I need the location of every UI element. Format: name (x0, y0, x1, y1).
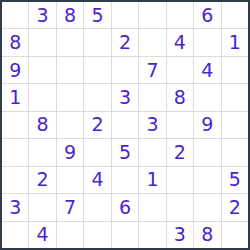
cell-r3c2[interactable] (29, 57, 55, 83)
cell-r3c1[interactable]: 9 (2, 57, 28, 83)
cell-r5c4[interactable]: 2 (84, 112, 110, 138)
cell-r6c6[interactable] (139, 139, 165, 165)
cell-r2c7[interactable]: 4 (167, 29, 193, 55)
cell-r2c2[interactable] (29, 29, 55, 55)
cell-r6c8[interactable] (194, 139, 220, 165)
cell-r1c6[interactable] (139, 2, 165, 28)
cell-r5c5[interactable] (112, 112, 138, 138)
cell-r7c1[interactable] (2, 167, 28, 193)
cell-r7c5[interactable] (112, 167, 138, 193)
cell-r6c1[interactable] (2, 139, 28, 165)
cell-r4c7[interactable]: 8 (167, 84, 193, 110)
cell-r2c5[interactable]: 2 (112, 29, 138, 55)
cell-r8c5[interactable]: 6 (112, 194, 138, 220)
cell-r2c6[interactable] (139, 29, 165, 55)
cell-r8c6[interactable] (139, 194, 165, 220)
cell-r5c1[interactable] (2, 112, 28, 138)
cell-r8c9[interactable]: 2 (222, 194, 248, 220)
cell-r2c9[interactable]: 1 (222, 29, 248, 55)
cell-r6c4[interactable] (84, 139, 110, 165)
cell-r3c9[interactable] (222, 57, 248, 83)
cell-r4c9[interactable] (222, 84, 248, 110)
cell-r1c1[interactable] (2, 2, 28, 28)
cell-r7c8[interactable] (194, 167, 220, 193)
cell-r3c3[interactable] (57, 57, 83, 83)
cell-r6c7[interactable]: 2 (167, 139, 193, 165)
cell-r9c1[interactable] (2, 222, 28, 248)
cell-r7c4[interactable]: 4 (84, 167, 110, 193)
cell-r9c9[interactable] (222, 222, 248, 248)
cell-r1c4[interactable]: 5 (84, 2, 110, 28)
cell-r1c9[interactable] (222, 2, 248, 28)
cell-r6c5[interactable]: 5 (112, 139, 138, 165)
cell-r4c1[interactable]: 1 (2, 84, 28, 110)
cell-r7c3[interactable] (57, 167, 83, 193)
cell-r5c9[interactable] (222, 112, 248, 138)
cell-r8c8[interactable] (194, 194, 220, 220)
cell-r9c2[interactable]: 4 (29, 222, 55, 248)
cell-r5c2[interactable]: 8 (29, 112, 55, 138)
cell-r3c4[interactable] (84, 57, 110, 83)
cell-r9c5[interactable] (112, 222, 138, 248)
cell-r7c9[interactable]: 5 (222, 167, 248, 193)
cell-r3c8[interactable]: 4 (194, 57, 220, 83)
cell-r4c3[interactable] (57, 84, 83, 110)
cell-r8c7[interactable] (167, 194, 193, 220)
cell-r9c6[interactable] (139, 222, 165, 248)
cell-r2c8[interactable] (194, 29, 220, 55)
cell-r4c2[interactable] (29, 84, 55, 110)
cell-r5c6[interactable]: 3 (139, 112, 165, 138)
cell-r2c1[interactable]: 8 (2, 29, 28, 55)
cell-r1c3[interactable]: 8 (57, 2, 83, 28)
cell-r1c8[interactable]: 6 (194, 2, 220, 28)
cell-r3c7[interactable] (167, 57, 193, 83)
cell-r2c3[interactable] (57, 29, 83, 55)
cell-r9c3[interactable] (57, 222, 83, 248)
cell-r5c7[interactable] (167, 112, 193, 138)
cell-r9c8[interactable]: 8 (194, 222, 220, 248)
cell-r6c2[interactable] (29, 139, 55, 165)
cell-r1c2[interactable]: 3 (29, 2, 55, 28)
cell-r7c7[interactable] (167, 167, 193, 193)
cell-r4c5[interactable]: 3 (112, 84, 138, 110)
cell-r1c5[interactable] (112, 2, 138, 28)
cell-r3c5[interactable] (112, 57, 138, 83)
cell-r6c9[interactable] (222, 139, 248, 165)
cell-r7c2[interactable]: 2 (29, 167, 55, 193)
cell-r3c6[interactable]: 7 (139, 57, 165, 83)
cell-r4c6[interactable] (139, 84, 165, 110)
cell-r5c8[interactable]: 9 (194, 112, 220, 138)
cell-r7c6[interactable]: 1 (139, 167, 165, 193)
cell-r4c4[interactable] (84, 84, 110, 110)
sudoku-board: 38568241974138823995224153762438 (0, 0, 250, 250)
cell-r8c2[interactable] (29, 194, 55, 220)
cell-r9c4[interactable] (84, 222, 110, 248)
cell-r1c7[interactable] (167, 2, 193, 28)
cell-r2c4[interactable] (84, 29, 110, 55)
cell-r4c8[interactable] (194, 84, 220, 110)
cell-r9c7[interactable]: 3 (167, 222, 193, 248)
cell-r8c4[interactable] (84, 194, 110, 220)
cell-r6c3[interactable]: 9 (57, 139, 83, 165)
cell-r8c3[interactable]: 7 (57, 194, 83, 220)
cell-r8c1[interactable]: 3 (2, 194, 28, 220)
cell-r5c3[interactable] (57, 112, 83, 138)
